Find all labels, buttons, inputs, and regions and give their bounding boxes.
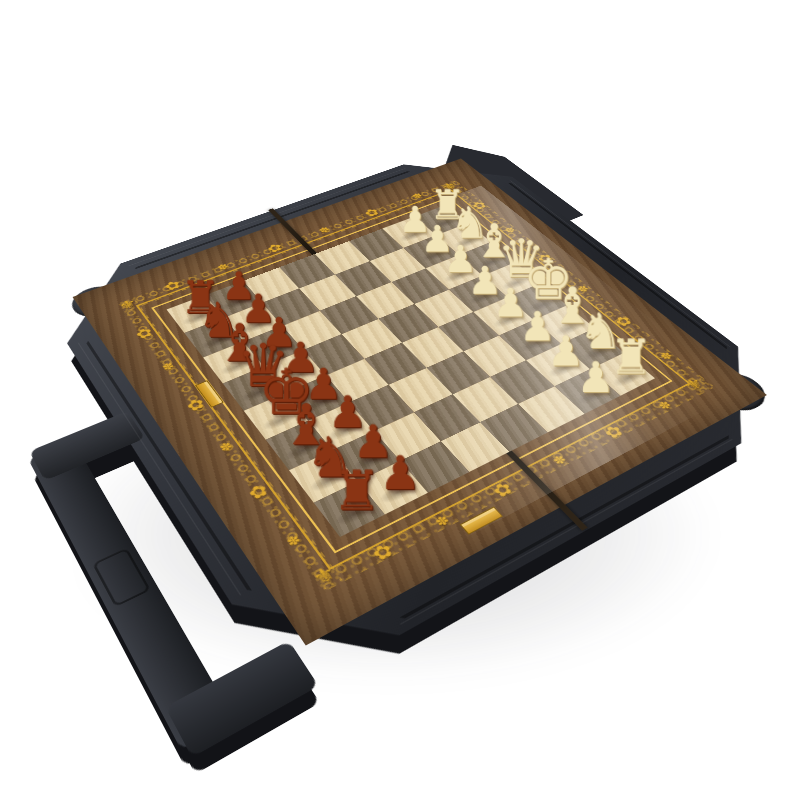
chessboard: ♜♟♟♜♞♟♟♞♝♟♟♝♛♟♟♛♚♟♟♚♝♟♟♝♞♟♟♞♜♟♟♜ [167, 205, 655, 537]
piece-shadow [306, 468, 348, 495]
chess-set-photo: ⚓ ⚓ ♜♟♟♜♞♟♟♞♝♟♟♝♛♟♟♛♚♟♟♚♝♟♟♝♞♟♟♞♜♟♟♜ ✿✿✿… [0, 0, 800, 800]
piece-shadow [517, 334, 553, 355]
folding-chess-case: ⚓ ⚓ ♜♟♟♜♞♟♟♞♝♟♟♝♛♟♟♛♚♟♟♚♝♟♟♝♞♟♟♞♜♟♟♜ ✿✿✿… [36, 142, 800, 696]
board-panel: ♜♟♟♜♞♟♟♞♝♟♟♝♛♟♟♛♚♟♟♚♝♟♟♝♞♟♟♞♜♟♟♜ ✿✿✿✿✽✽✽… [73, 159, 767, 646]
piece-shadow [238, 381, 277, 404]
scene: ⚓ ⚓ ♜♟♟♜♞♟♟♞♝♟♟♝♛♟♟♛♚♟♟♚♝♟♟♝♞♟♟♞♜♟♟♜ ✿✿✿… [0, 0, 800, 800]
piece-shadow [441, 267, 475, 285]
piece-shadow [350, 448, 391, 474]
